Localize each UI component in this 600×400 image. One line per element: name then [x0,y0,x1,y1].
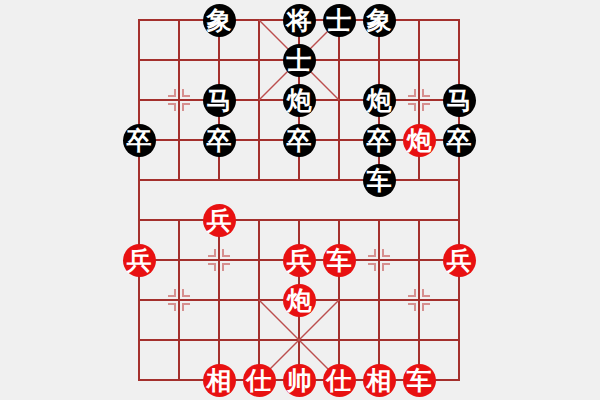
piece-red-cannon[interactable]: 炮 [403,124,436,157]
marker-bracket [168,103,176,111]
marker-bracket [368,249,376,257]
piece-red-soldier[interactable]: 兵 [283,244,316,277]
marker-bracket [182,103,190,111]
marker-bracket [408,289,416,297]
piece-red-advisor[interactable]: 仕 [323,364,356,397]
piece-black-advisor[interactable]: 士 [323,4,356,37]
piece-black-horse[interactable]: 马 [203,84,236,117]
piece-black-horse[interactable]: 马 [443,84,476,117]
piece-red-chariot[interactable]: 车 [323,244,356,277]
xiangqi-board[interactable]: 象将士象士马炮炮马卒卒卒卒卒车炮兵兵兵车兵炮相仕帅仕相车 [0,0,600,400]
marker-bracket [222,249,230,257]
marker-bracket [168,303,176,311]
piece-black-soldier[interactable]: 卒 [443,124,476,157]
piece-black-elephant[interactable]: 象 [363,4,396,37]
piece-black-chariot[interactable]: 车 [363,164,396,197]
piece-black-soldier[interactable]: 卒 [363,124,396,157]
piece-black-advisor[interactable]: 士 [283,44,316,77]
marker-bracket [168,89,176,97]
piece-black-cannon[interactable]: 炮 [363,84,396,117]
marker-bracket [422,289,430,297]
star-point-marker [208,249,230,271]
piece-black-soldier[interactable]: 卒 [123,124,156,157]
piece-red-soldier[interactable]: 兵 [203,204,236,237]
star-point-marker [408,89,430,111]
piece-red-elephant[interactable]: 相 [363,364,396,397]
star-point-marker [368,249,390,271]
marker-bracket [422,89,430,97]
piece-black-elephant[interactable]: 象 [203,4,236,37]
piece-red-chariot[interactable]: 车 [403,364,436,397]
marker-bracket [368,263,376,271]
piece-red-advisor[interactable]: 仕 [243,364,276,397]
marker-bracket [382,249,390,257]
star-point-marker [168,289,190,311]
star-point-marker [408,289,430,311]
piece-black-soldier[interactable]: 卒 [283,124,316,157]
marker-bracket [422,103,430,111]
marker-bracket [182,303,190,311]
piece-red-general[interactable]: 帅 [283,364,316,397]
piece-red-soldier[interactable]: 兵 [123,244,156,277]
marker-bracket [168,289,176,297]
piece-black-cannon[interactable]: 炮 [283,84,316,117]
star-point-marker [168,89,190,111]
marker-bracket [208,249,216,257]
piece-black-soldier[interactable]: 卒 [203,124,236,157]
marker-bracket [408,103,416,111]
piece-red-cannon[interactable]: 炮 [283,284,316,317]
piece-black-general[interactable]: 将 [283,4,316,37]
marker-bracket [182,89,190,97]
marker-bracket [222,263,230,271]
marker-bracket [422,303,430,311]
piece-red-soldier[interactable]: 兵 [443,244,476,277]
marker-bracket [408,89,416,97]
marker-bracket [208,263,216,271]
marker-bracket [408,303,416,311]
marker-bracket [382,263,390,271]
marker-bracket [182,289,190,297]
piece-red-elephant[interactable]: 相 [203,364,236,397]
